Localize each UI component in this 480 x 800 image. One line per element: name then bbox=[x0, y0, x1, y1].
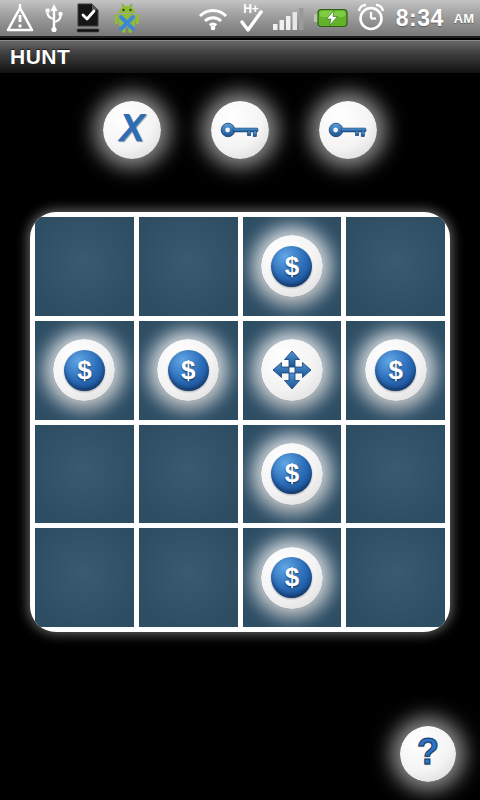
dollar-icon: $ bbox=[64, 350, 105, 391]
app-screen: H+ bbox=[0, 0, 480, 800]
page-title: HUNT bbox=[10, 45, 70, 69]
board-cell[interactable]: $ bbox=[243, 425, 342, 524]
board-cell[interactable] bbox=[346, 217, 445, 316]
dollar-icon: $ bbox=[271, 246, 312, 287]
alarm-clock-icon bbox=[356, 3, 386, 33]
money-token[interactable]: $ bbox=[53, 339, 115, 401]
board-cell[interactable] bbox=[346, 425, 445, 524]
board-cell[interactable] bbox=[346, 528, 445, 627]
network-type-label: H+ bbox=[243, 2, 259, 16]
money-token[interactable]: $ bbox=[157, 339, 219, 401]
clock-meridiem: AM bbox=[454, 11, 474, 26]
key-icon bbox=[220, 120, 260, 140]
mover-token[interactable] bbox=[261, 339, 323, 401]
download-done-icon bbox=[74, 2, 102, 34]
board-cell[interactable] bbox=[35, 425, 134, 524]
money-token[interactable]: $ bbox=[261, 547, 323, 609]
board-cell[interactable] bbox=[35, 217, 134, 316]
board-cell[interactable] bbox=[139, 528, 238, 627]
status-left-icons bbox=[6, 1, 143, 35]
question-mark-icon: ? bbox=[417, 734, 439, 770]
title-bar: HUNT bbox=[0, 40, 480, 73]
board-cell[interactable]: $ bbox=[243, 528, 342, 627]
warning-icon bbox=[6, 3, 34, 33]
usb-icon bbox=[43, 3, 65, 33]
four-way-arrow-icon bbox=[272, 350, 312, 390]
board-cell[interactable] bbox=[35, 528, 134, 627]
x-button[interactable]: X bbox=[103, 101, 161, 159]
board-cell[interactable]: $ bbox=[346, 321, 445, 420]
board: $$$ $$$ bbox=[30, 212, 450, 632]
status-right-icons: H+ bbox=[196, 2, 474, 34]
board-cell[interactable]: $ bbox=[35, 321, 134, 420]
board-cell[interactable] bbox=[139, 425, 238, 524]
key-button-1[interactable] bbox=[211, 101, 269, 159]
wifi-icon bbox=[196, 5, 230, 31]
clock-time: 8:34 bbox=[396, 5, 444, 32]
dollar-icon: $ bbox=[271, 557, 312, 598]
board-cell[interactable] bbox=[243, 321, 342, 420]
money-token[interactable]: $ bbox=[261, 443, 323, 505]
dollar-icon: $ bbox=[375, 350, 416, 391]
mobile-data-hplus-icon: H+ bbox=[237, 2, 265, 34]
signal-bars-icon bbox=[272, 5, 306, 31]
key-button-2[interactable] bbox=[319, 101, 377, 159]
board-cell[interactable]: $ bbox=[243, 217, 342, 316]
android-robot-icon bbox=[111, 1, 143, 35]
status-bar: H+ bbox=[0, 0, 480, 38]
x-icon: X bbox=[119, 109, 144, 147]
help-button[interactable]: ? bbox=[400, 726, 456, 782]
dollar-icon: $ bbox=[168, 350, 209, 391]
money-token[interactable]: $ bbox=[261, 235, 323, 297]
key-icon bbox=[328, 120, 368, 140]
battery-charging-icon bbox=[313, 7, 349, 29]
board-cell[interactable] bbox=[139, 217, 238, 316]
money-token[interactable]: $ bbox=[365, 339, 427, 401]
dollar-icon: $ bbox=[271, 453, 312, 494]
board-cell[interactable]: $ bbox=[139, 321, 238, 420]
